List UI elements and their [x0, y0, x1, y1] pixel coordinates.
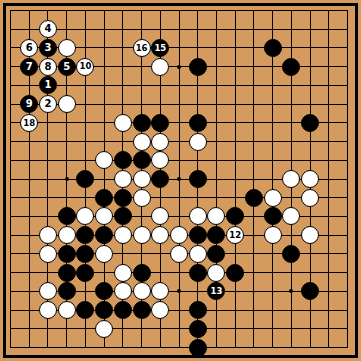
stone-white-move-4[interactable]: 4 [39, 20, 57, 38]
stone-white[interactable] [133, 133, 151, 151]
stone-black[interactable] [133, 114, 151, 132]
stone-black[interactable] [189, 170, 207, 188]
stone-white[interactable] [151, 207, 169, 225]
stone-black[interactable] [264, 207, 282, 225]
stone-black[interactable] [282, 58, 300, 76]
stone-white[interactable] [264, 189, 282, 207]
stone-black[interactable] [245, 189, 263, 207]
stone-white[interactable] [95, 245, 113, 263]
stone-white[interactable] [282, 170, 300, 188]
stone-white[interactable] [151, 133, 169, 151]
stone-white[interactable] [58, 301, 76, 319]
stone-white[interactable] [58, 39, 76, 57]
stone-white-move-8[interactable]: 8 [39, 58, 57, 76]
stone-black[interactable] [95, 189, 113, 207]
stone-black[interactable] [301, 282, 319, 300]
stone-black-move-3[interactable]: 3 [39, 39, 57, 57]
stone-black[interactable] [114, 207, 132, 225]
stone-white[interactable] [301, 170, 319, 188]
stone-black[interactable] [301, 114, 319, 132]
stone-black[interactable] [189, 320, 207, 338]
stone-black[interactable] [282, 245, 300, 263]
grid-line-vertical [272, 10, 273, 348]
grid-line-vertical [328, 10, 329, 348]
stone-black-move-13[interactable]: 13 [207, 282, 225, 300]
grid-line-vertical [235, 10, 236, 348]
stone-white[interactable] [95, 151, 113, 169]
stone-white[interactable] [133, 170, 151, 188]
stone-black[interactable] [207, 245, 225, 263]
stone-white[interactable] [189, 133, 207, 151]
stone-black[interactable] [133, 151, 151, 169]
stone-white[interactable] [114, 226, 132, 244]
stone-black[interactable] [189, 339, 207, 357]
stone-black[interactable] [95, 226, 113, 244]
stone-white-move-18[interactable]: 18 [20, 114, 38, 132]
stone-white[interactable] [39, 282, 57, 300]
stone-white[interactable] [39, 301, 57, 319]
stone-white[interactable] [301, 189, 319, 207]
star-point [177, 65, 181, 69]
stone-black[interactable] [189, 264, 207, 282]
stone-white-move-10[interactable]: 10 [76, 58, 94, 76]
stone-white[interactable] [39, 226, 57, 244]
star-point [289, 289, 293, 293]
stone-black[interactable] [58, 264, 76, 282]
stone-black[interactable] [58, 207, 76, 225]
star-point [177, 289, 181, 293]
stone-black[interactable] [207, 226, 225, 244]
stone-white[interactable] [151, 58, 169, 76]
stone-black[interactable] [114, 301, 132, 319]
stone-white[interactable] [151, 301, 169, 319]
stone-white-move-16[interactable]: 16 [133, 39, 151, 57]
stone-white[interactable] [189, 207, 207, 225]
stone-white[interactable] [114, 264, 132, 282]
stone-black[interactable] [95, 282, 113, 300]
stone-black[interactable] [76, 226, 94, 244]
grid-line-vertical [347, 10, 348, 348]
stone-white[interactable] [133, 282, 151, 300]
stone-black[interactable] [226, 207, 244, 225]
stone-white[interactable] [207, 264, 225, 282]
stone-white[interactable] [282, 207, 300, 225]
stone-black-move-5[interactable]: 5 [58, 58, 76, 76]
star-point [177, 177, 181, 181]
stone-black[interactable] [76, 301, 94, 319]
stone-white[interactable] [301, 226, 319, 244]
grid-line-vertical [253, 10, 254, 348]
stone-black[interactable] [114, 151, 132, 169]
stone-black[interactable] [114, 189, 132, 207]
stone-black[interactable] [189, 301, 207, 319]
stone-white[interactable] [133, 226, 151, 244]
stone-white[interactable] [76, 207, 94, 225]
go-board[interactable]: 463161578510192181213 [0, 0, 361, 361]
stone-white[interactable] [151, 151, 169, 169]
stone-black[interactable] [58, 282, 76, 300]
stone-black[interactable] [151, 114, 169, 132]
stone-black[interactable] [76, 264, 94, 282]
stone-black[interactable] [95, 301, 113, 319]
stone-white[interactable] [95, 320, 113, 338]
go-board-diagram: 463161578510192181213 [0, 0, 361, 361]
stone-white[interactable] [151, 282, 169, 300]
stone-black[interactable] [76, 245, 94, 263]
stone-black[interactable] [151, 170, 169, 188]
stone-white[interactable] [114, 114, 132, 132]
stone-white[interactable] [189, 245, 207, 263]
stone-white[interactable] [114, 170, 132, 188]
stone-white[interactable] [170, 245, 188, 263]
stone-black[interactable] [133, 264, 151, 282]
stone-black[interactable] [264, 39, 282, 57]
stone-white[interactable] [151, 226, 169, 244]
stone-white[interactable] [264, 226, 282, 244]
stone-black[interactable] [189, 114, 207, 132]
stone-black-move-15[interactable]: 15 [151, 39, 169, 57]
stone-white[interactable] [58, 226, 76, 244]
stone-white-move-6[interactable]: 6 [20, 39, 38, 57]
stone-black-move-9[interactable]: 9 [20, 95, 38, 113]
stone-black[interactable] [189, 226, 207, 244]
stone-black[interactable] [58, 245, 76, 263]
grid-line-horizontal [10, 347, 348, 348]
stone-white[interactable] [170, 226, 188, 244]
stone-black[interactable] [226, 264, 244, 282]
star-point [65, 177, 69, 181]
stone-white[interactable] [95, 207, 113, 225]
stone-white[interactable] [207, 207, 225, 225]
stone-white[interactable] [114, 282, 132, 300]
grid-line-horizontal [10, 328, 348, 329]
stone-black[interactable] [189, 58, 207, 76]
stone-black-move-1[interactable]: 1 [39, 76, 57, 94]
stone-white[interactable] [39, 245, 57, 263]
grid-line-horizontal [10, 197, 348, 198]
stone-black[interactable] [76, 170, 94, 188]
stone-white-move-2[interactable]: 2 [39, 95, 57, 113]
stone-black[interactable] [133, 301, 151, 319]
stone-white[interactable] [133, 189, 151, 207]
stone-white[interactable] [58, 95, 76, 113]
stone-white-move-12[interactable]: 12 [226, 226, 244, 244]
stone-black-move-7[interactable]: 7 [20, 58, 38, 76]
